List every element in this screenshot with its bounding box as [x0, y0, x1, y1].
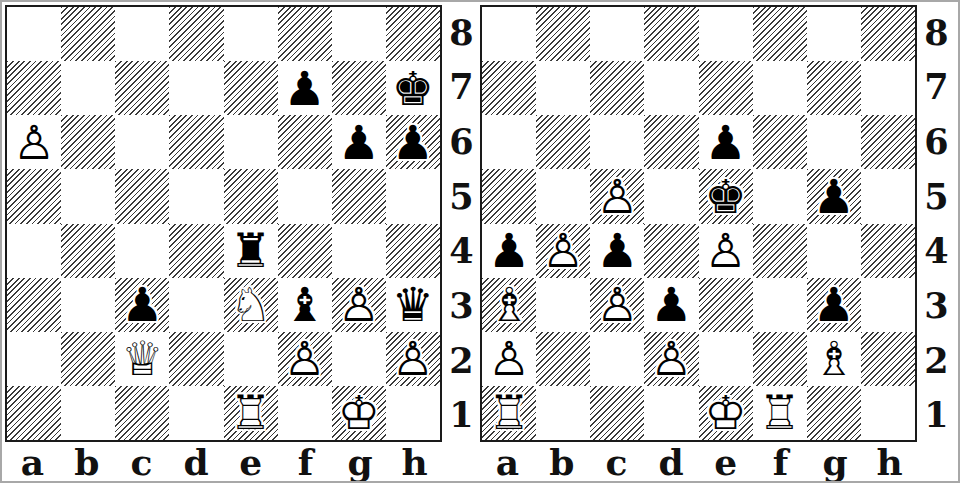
right-board-square-b7	[536, 61, 590, 115]
left-board-square-c6	[115, 115, 169, 169]
right-board-square-g6	[807, 115, 861, 169]
right-board-square-d1	[644, 386, 698, 440]
left-board-square-f2: ♟♙	[278, 332, 332, 386]
left-board-rank-label-8: 8	[442, 5, 481, 60]
white-rook: ♜♖	[759, 389, 801, 436]
right-board-square-e1: ♚♔	[699, 386, 753, 440]
left-board-square-h8	[386, 7, 440, 61]
left-board-square-g3: ♟♙	[332, 278, 386, 332]
right-board-square-g5: ♟	[807, 169, 861, 223]
right-board-square-g4	[807, 224, 861, 278]
white-rook-outline: ♖	[229, 389, 271, 436]
black-pawn: ♟	[488, 227, 530, 274]
left-board-square-e7	[224, 61, 278, 115]
left-board-square-f7: ♟	[278, 61, 332, 115]
right-board-file-label-c: c	[589, 442, 644, 480]
left-board-file-label-e: e	[224, 442, 279, 480]
black-pawn: ♟	[813, 173, 855, 220]
left-board-square-g1: ♚♔	[332, 386, 386, 440]
white-king-outline: ♔	[338, 389, 380, 436]
left-board-square-d2	[169, 332, 223, 386]
left-board-square-a4	[7, 224, 61, 278]
left-board-square-c8	[115, 7, 169, 61]
right-board-square-e2	[699, 332, 753, 386]
left-board-square-c4	[115, 224, 169, 278]
right-board-square-g3: ♟	[807, 278, 861, 332]
right-board-square-a4: ♟	[482, 224, 536, 278]
left-board-rank-label-2: 2	[442, 333, 481, 388]
left-board-square-f4	[278, 224, 332, 278]
left-board-square-d1	[169, 386, 223, 440]
left-board-square-d5	[169, 169, 223, 223]
left-board: ♟♚♟♙♟♟♜♟♞♘♝♟♙♛♛♕♟♙♟♙♜♖♚♔	[5, 5, 442, 442]
right-board-file-label-e: e	[699, 442, 754, 480]
white-pawn: ♟♙	[650, 335, 692, 382]
right-board-square-d8	[644, 7, 698, 61]
black-king: ♚	[704, 173, 746, 220]
right-board-square-c7	[590, 61, 644, 115]
right-board-square-b2	[536, 332, 590, 386]
white-pawn-outline: ♙	[284, 335, 326, 382]
left-board-file-label-h: h	[387, 442, 442, 480]
right-board-square-f7	[753, 61, 807, 115]
right-board-square-g8	[807, 7, 861, 61]
right-board-square-d5	[644, 169, 698, 223]
right-board-rank-label-2: 2	[917, 333, 956, 388]
left-board-files: abcdefgh	[5, 442, 442, 480]
right-board-file-label-a: a	[480, 442, 535, 480]
left-board-square-d4	[169, 224, 223, 278]
left-board-square-b1	[61, 386, 115, 440]
right-board-square-e5: ♚	[699, 169, 753, 223]
left-board-rank-label-7: 7	[442, 60, 481, 115]
right-board-square-f6	[753, 115, 807, 169]
left-board-square-d3	[169, 278, 223, 332]
left-board-file-label-d: d	[169, 442, 224, 480]
left-board-square-a3	[7, 278, 61, 332]
left-board-square-e4: ♜	[224, 224, 278, 278]
white-queen-outline: ♕	[121, 335, 163, 382]
left-board-square-g7	[332, 61, 386, 115]
right-board-square-e4: ♟♙	[699, 224, 753, 278]
right-board-square-a5	[482, 169, 536, 223]
white-pawn-outline: ♙	[338, 281, 380, 328]
white-knight: ♞♘	[229, 281, 271, 328]
left-board-square-h2: ♟♙	[386, 332, 440, 386]
right-board-rank-label-5: 5	[917, 169, 956, 224]
right-board-square-d6	[644, 115, 698, 169]
left-board-square-b5	[61, 169, 115, 223]
right-board-square-c1	[590, 386, 644, 440]
white-bishop: ♝♗	[813, 335, 855, 382]
black-bishop: ♝	[284, 281, 326, 328]
black-rook: ♜	[229, 227, 271, 274]
right-board-square-b8	[536, 7, 590, 61]
white-queen: ♛♕	[121, 335, 163, 382]
right-board-square-c5: ♟♙	[590, 169, 644, 223]
left-board-square-a7	[7, 61, 61, 115]
left-board-square-h6: ♟	[386, 115, 440, 169]
left-board-square-g6: ♟	[332, 115, 386, 169]
right-board: ♟♟♙♚♟♟♟♙♟♟♙♝♗♟♙♟♟♟♙♟♙♝♗♜♖♚♔♜♖	[480, 5, 917, 442]
left-board-square-a1	[7, 386, 61, 440]
white-pawn-outline: ♙	[542, 227, 584, 274]
white-pawn: ♟♙	[392, 335, 434, 382]
white-king: ♚♔	[338, 389, 380, 436]
left-board-square-g4	[332, 224, 386, 278]
left-board-square-b8	[61, 7, 115, 61]
right-board-square-a8	[482, 7, 536, 61]
left-board-square-a8	[7, 7, 61, 61]
right-board-square-b6	[536, 115, 590, 169]
left-board-square-e6	[224, 115, 278, 169]
left-board-square-e3: ♞♘	[224, 278, 278, 332]
black-pawn: ♟	[121, 281, 163, 328]
right-board-square-h5	[861, 169, 915, 223]
left-board-square-c1	[115, 386, 169, 440]
white-bishop: ♝♗	[488, 281, 530, 328]
right-board-square-h6	[861, 115, 915, 169]
right-board-square-b3	[536, 278, 590, 332]
left-board-file-label-c: c	[114, 442, 169, 480]
right-board-square-b5	[536, 169, 590, 223]
left-board-square-f1	[278, 386, 332, 440]
white-pawn-outline: ♙	[596, 281, 638, 328]
right-board-square-d4	[644, 224, 698, 278]
white-pawn-outline: ♙	[704, 227, 746, 274]
left-board-square-h7: ♚	[386, 61, 440, 115]
left-board-square-a2	[7, 332, 61, 386]
right-board-file-label-h: h	[862, 442, 917, 480]
right-board-square-f4	[753, 224, 807, 278]
left-board-square-b4	[61, 224, 115, 278]
white-king: ♚♔	[704, 389, 746, 436]
left-board-square-d7	[169, 61, 223, 115]
right-board-files: abcdefgh	[480, 442, 917, 480]
left-board-square-g8	[332, 7, 386, 61]
left-board-file-label-a: a	[5, 442, 60, 480]
right-board-ranks: 87654321	[917, 5, 956, 442]
right-board-file-label-d: d	[644, 442, 699, 480]
white-rook: ♜♖	[229, 389, 271, 436]
white-pawn: ♟♙	[284, 335, 326, 382]
right-board-square-h7	[861, 61, 915, 115]
white-rook: ♜♖	[488, 389, 530, 436]
right-board-rank-label-6: 6	[917, 114, 956, 169]
white-pawn-outline: ♙	[392, 335, 434, 382]
left-board-square-a5	[7, 169, 61, 223]
right-board-square-f3	[753, 278, 807, 332]
left-board-square-b7	[61, 61, 115, 115]
white-rook-outline: ♖	[488, 389, 530, 436]
black-pawn: ♟	[650, 281, 692, 328]
right-board-square-h8	[861, 7, 915, 61]
right-board-rank-label-4: 4	[917, 224, 956, 279]
left-board-square-b2	[61, 332, 115, 386]
right-board-square-e6: ♟	[699, 115, 753, 169]
right-board-group: ♟♟♙♚♟♟♟♙♟♟♙♝♗♟♙♟♟♟♙♟♙♝♗♜♖♚♔♜♖ 87654321 a…	[480, 5, 956, 480]
white-pawn: ♟♙	[338, 281, 380, 328]
right-board-square-e3	[699, 278, 753, 332]
left-board-square-c3: ♟	[115, 278, 169, 332]
left-board-square-c5	[115, 169, 169, 223]
right-board-square-e7	[699, 61, 753, 115]
right-board-rank-label-7: 7	[917, 60, 956, 115]
left-board-square-e1: ♜♖	[224, 386, 278, 440]
left-board-file-label-f: f	[278, 442, 333, 480]
right-board-square-f1: ♜♖	[753, 386, 807, 440]
white-pawn: ♟♙	[13, 119, 55, 166]
black-pawn: ♟	[596, 227, 638, 274]
black-king: ♚	[392, 65, 434, 112]
right-board-square-c6	[590, 115, 644, 169]
left-board-square-h5	[386, 169, 440, 223]
right-board-square-h4	[861, 224, 915, 278]
black-pawn: ♟	[704, 119, 746, 166]
right-board-square-h2	[861, 332, 915, 386]
white-pawn: ♟♙	[704, 227, 746, 274]
white-pawn: ♟♙	[596, 173, 638, 220]
right-board-square-g7	[807, 61, 861, 115]
right-board-square-a7	[482, 61, 536, 115]
left-board-square-h3: ♛	[386, 278, 440, 332]
left-board-file-label-b: b	[60, 442, 115, 480]
left-board-square-f6	[278, 115, 332, 169]
left-board-square-e5	[224, 169, 278, 223]
right-board-square-h1	[861, 386, 915, 440]
left-board-square-f3: ♝	[278, 278, 332, 332]
white-king-outline: ♔	[704, 389, 746, 436]
right-board-square-g2: ♝♗	[807, 332, 861, 386]
right-board-rank-label-8: 8	[917, 5, 956, 60]
left-board-square-g2	[332, 332, 386, 386]
right-board-square-b4: ♟♙	[536, 224, 590, 278]
white-pawn: ♟♙	[488, 335, 530, 382]
left-board-group: ♟♚♟♙♟♟♜♟♞♘♝♟♙♛♛♕♟♙♟♙♜♖♚♔ 87654321 abcdef…	[5, 5, 481, 480]
left-board-square-b6	[61, 115, 115, 169]
left-board-ranks: 87654321	[442, 5, 481, 442]
right-board-square-f8	[753, 7, 807, 61]
left-board-rank-label-4: 4	[442, 224, 481, 279]
right-board-square-a1: ♜♖	[482, 386, 536, 440]
white-pawn-outline: ♙	[13, 119, 55, 166]
right-board-square-g1	[807, 386, 861, 440]
left-board-square-d8	[169, 7, 223, 61]
white-pawn: ♟♙	[596, 281, 638, 328]
right-board-rank-label-3: 3	[917, 278, 956, 333]
black-pawn: ♟	[284, 65, 326, 112]
right-board-square-a3: ♝♗	[482, 278, 536, 332]
left-board-square-d6	[169, 115, 223, 169]
left-board-rank-label-3: 3	[442, 278, 481, 333]
right-board-square-f5	[753, 169, 807, 223]
left-board-square-f8	[278, 7, 332, 61]
right-board-square-e8	[699, 7, 753, 61]
right-board-file-label-g: g	[808, 442, 863, 480]
left-board-rank-label-6: 6	[442, 114, 481, 169]
left-board-square-c2: ♛♕	[115, 332, 169, 386]
right-board-square-h3	[861, 278, 915, 332]
chess-diagram-pair: ♟♚♟♙♟♟♜♟♞♘♝♟♙♛♛♕♟♙♟♙♜♖♚♔ 87654321 abcdef…	[0, 0, 960, 483]
right-board-square-c3: ♟♙	[590, 278, 644, 332]
right-board-square-c4: ♟	[590, 224, 644, 278]
right-board-file-label-f: f	[753, 442, 808, 480]
white-pawn-outline: ♙	[596, 173, 638, 220]
white-bishop-outline: ♗	[488, 281, 530, 328]
white-rook-outline: ♖	[759, 389, 801, 436]
left-board-square-f5	[278, 169, 332, 223]
left-board-square-b3	[61, 278, 115, 332]
left-board-square-a6: ♟♙	[7, 115, 61, 169]
left-board-square-g5	[332, 169, 386, 223]
white-knight-outline: ♘	[229, 281, 271, 328]
left-board-square-h1	[386, 386, 440, 440]
white-pawn-outline: ♙	[650, 335, 692, 382]
right-board-rank-label-1: 1	[917, 387, 956, 442]
left-board-rank-label-1: 1	[442, 387, 481, 442]
left-board-square-e8	[224, 7, 278, 61]
right-board-square-f2	[753, 332, 807, 386]
black-pawn: ♟	[813, 281, 855, 328]
black-pawn: ♟	[392, 119, 434, 166]
right-board-square-c8	[590, 7, 644, 61]
black-queen: ♛	[392, 281, 434, 328]
right-board-file-label-b: b	[535, 442, 590, 480]
left-board-rank-label-5: 5	[442, 169, 481, 224]
white-bishop-outline: ♗	[813, 335, 855, 382]
right-board-square-b1	[536, 386, 590, 440]
right-board-square-d3: ♟	[644, 278, 698, 332]
left-board-file-label-g: g	[333, 442, 388, 480]
left-board-square-e2	[224, 332, 278, 386]
left-board-square-c7	[115, 61, 169, 115]
right-board-square-c2	[590, 332, 644, 386]
right-board-square-a2: ♟♙	[482, 332, 536, 386]
black-pawn: ♟	[338, 119, 380, 166]
white-pawn-outline: ♙	[488, 335, 530, 382]
right-board-square-d2: ♟♙	[644, 332, 698, 386]
right-board-square-a6	[482, 115, 536, 169]
white-pawn: ♟♙	[542, 227, 584, 274]
left-board-square-h4	[386, 224, 440, 278]
right-board-square-d7	[644, 61, 698, 115]
